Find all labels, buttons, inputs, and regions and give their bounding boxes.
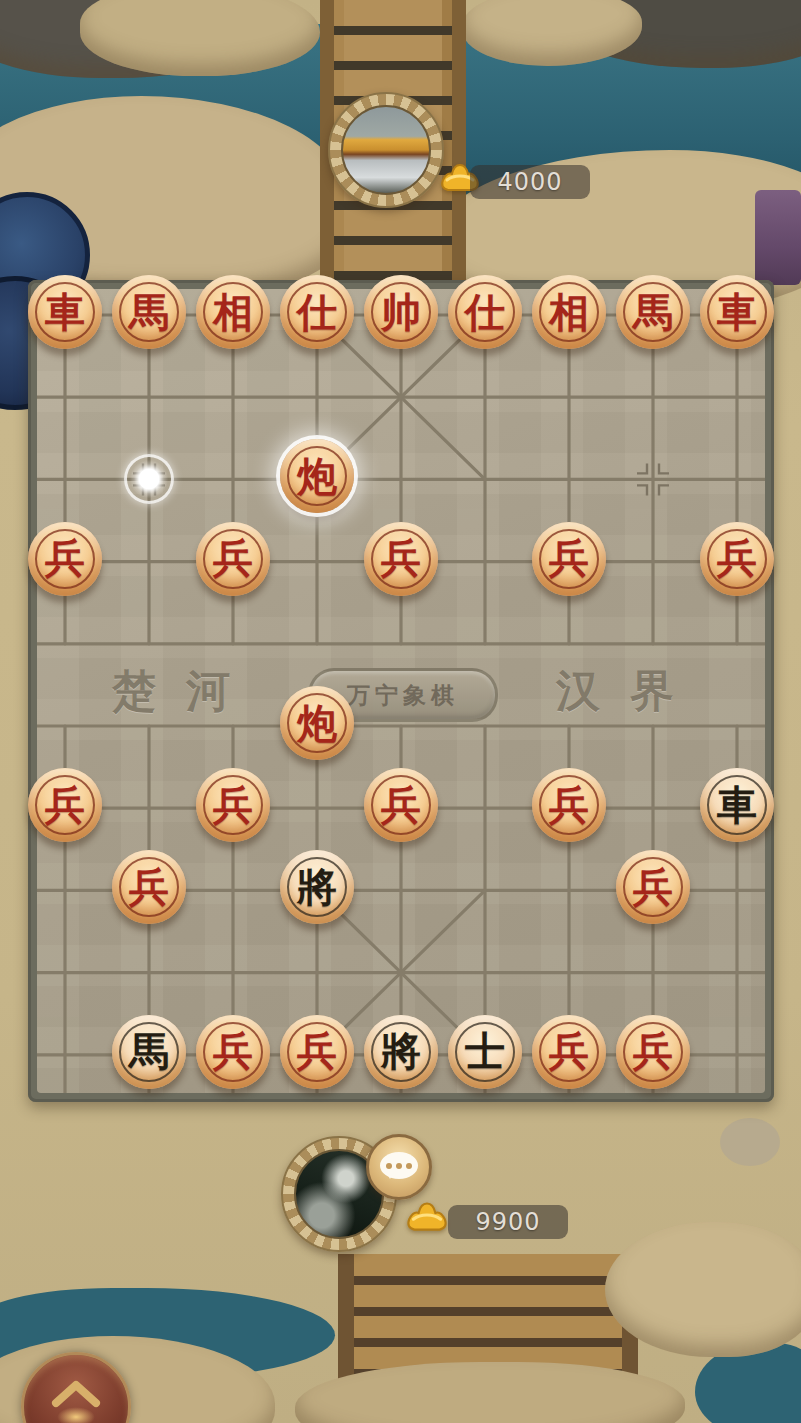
piece-帅-red[interactable]: 帅 bbox=[364, 275, 438, 349]
piece-馬-black[interactable]: 馬 bbox=[112, 1015, 186, 1089]
piece-兵-red[interactable]: 兵 bbox=[616, 850, 690, 924]
piece-炮-red[interactable]: 炮 bbox=[280, 439, 354, 513]
menu-toggle-button[interactable] bbox=[21, 1352, 131, 1423]
piece-馬-red[interactable]: 馬 bbox=[112, 275, 186, 349]
piece-仕-red[interactable]: 仕 bbox=[448, 275, 522, 349]
piece-將-black[interactable]: 將 bbox=[364, 1015, 438, 1089]
piece-兵-red[interactable]: 兵 bbox=[700, 522, 774, 596]
piece-兵-red[interactable]: 兵 bbox=[364, 768, 438, 842]
last-move-origin-marker bbox=[124, 454, 174, 504]
top-coin-amount: 4000 bbox=[497, 168, 562, 196]
piece-兵-red[interactable]: 兵 bbox=[364, 522, 438, 596]
piece-兵-red[interactable]: 兵 bbox=[196, 522, 270, 596]
game-screen: 楚河 汉界 万宁象棋 車馬相仕帅仕相馬車炮兵兵兵兵兵炮兵兵兵兵車兵將兵馬兵兵將士… bbox=[0, 0, 801, 1423]
chat-button[interactable] bbox=[366, 1134, 432, 1200]
piece-炮-red[interactable]: 炮 bbox=[280, 686, 354, 760]
piece-仕-red[interactable]: 仕 bbox=[280, 275, 354, 349]
piece-車-black[interactable]: 車 bbox=[700, 768, 774, 842]
piece-將-black[interactable]: 將 bbox=[280, 850, 354, 924]
piece-兵-red[interactable]: 兵 bbox=[112, 850, 186, 924]
piece-相-red[interactable]: 相 bbox=[532, 275, 606, 349]
piece-兵-red[interactable]: 兵 bbox=[28, 522, 102, 596]
top-player-avatar[interactable] bbox=[328, 92, 444, 208]
top-coin-badge: 4000 bbox=[470, 165, 590, 199]
menu-glow bbox=[57, 1407, 95, 1423]
piece-馬-red[interactable]: 馬 bbox=[616, 275, 690, 349]
piece-兵-red[interactable]: 兵 bbox=[196, 1015, 270, 1089]
piece-車-red[interactable]: 車 bbox=[28, 275, 102, 349]
piece-相-red[interactable]: 相 bbox=[196, 275, 270, 349]
piece-兵-red[interactable]: 兵 bbox=[532, 768, 606, 842]
top-avatar-photo bbox=[341, 105, 431, 195]
piece-兵-red[interactable]: 兵 bbox=[616, 1015, 690, 1089]
bottom-coin-amount: 9900 bbox=[475, 1208, 540, 1236]
piece-兵-red[interactable]: 兵 bbox=[196, 768, 270, 842]
piece-車-red[interactable]: 車 bbox=[700, 275, 774, 349]
piece-兵-red[interactable]: 兵 bbox=[28, 768, 102, 842]
piece-兵-red[interactable]: 兵 bbox=[532, 522, 606, 596]
pieces-layer: 車馬相仕帅仕相馬車炮兵兵兵兵兵炮兵兵兵兵車兵將兵馬兵兵將士兵兵 bbox=[0, 0, 801, 1423]
piece-兵-red[interactable]: 兵 bbox=[280, 1015, 354, 1089]
gold-ingot-icon bbox=[404, 1196, 450, 1234]
chat-ellipsis-icon bbox=[380, 1152, 418, 1179]
piece-兵-red[interactable]: 兵 bbox=[532, 1015, 606, 1089]
bottom-coin-badge: 9900 bbox=[448, 1205, 568, 1239]
piece-士-black[interactable]: 士 bbox=[448, 1015, 522, 1089]
